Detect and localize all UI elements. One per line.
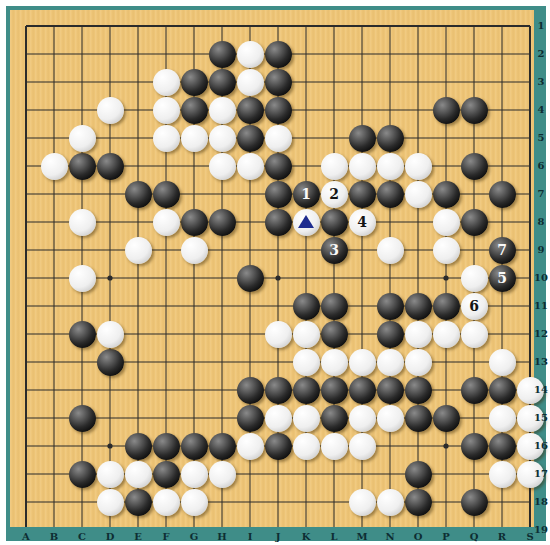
column-label-J: J <box>268 531 288 542</box>
black-stone-L8 <box>321 209 348 236</box>
white-stone-P12 <box>433 321 460 348</box>
black-stone-C6 <box>69 153 96 180</box>
white-stone-I16 <box>237 433 264 460</box>
white-stone-M13 <box>349 349 376 376</box>
row-label-10: 10 <box>533 272 549 284</box>
white-stone-I6 <box>237 153 264 180</box>
row-label-7: 7 <box>533 188 549 200</box>
black-stone-O17 <box>405 461 432 488</box>
move-number: 5 <box>497 271 507 285</box>
white-stone-P8 <box>433 209 460 236</box>
white-stone-M16 <box>349 433 376 460</box>
row-label-3: 3 <box>533 76 549 88</box>
column-label-I: I <box>240 531 260 542</box>
black-stone-E18 <box>125 489 152 516</box>
white-stone-C5 <box>69 125 96 152</box>
white-stone-R15 <box>489 405 516 432</box>
black-stone-P11 <box>433 293 460 320</box>
black-stone-C12 <box>69 321 96 348</box>
white-stone-N18 <box>377 489 404 516</box>
white-stone-G17 <box>181 461 208 488</box>
white-stone-R17 <box>489 461 516 488</box>
white-stone-F4 <box>153 97 180 124</box>
black-stone-J3 <box>265 69 292 96</box>
white-stone-K12 <box>293 321 320 348</box>
black-stone-D6 <box>97 153 124 180</box>
black-stone-P15 <box>433 405 460 432</box>
black-stone-L9: 3 <box>321 237 348 264</box>
black-stone-E7 <box>125 181 152 208</box>
white-stone-D18 <box>97 489 124 516</box>
column-label-Q: Q <box>464 531 484 542</box>
black-stone-K7: 1 <box>293 181 320 208</box>
white-stone-M6 <box>349 153 376 180</box>
black-stone-C17 <box>69 461 96 488</box>
white-stone-P9 <box>433 237 460 264</box>
white-stone-N9 <box>377 237 404 264</box>
white-stone-O13 <box>405 349 432 376</box>
black-stone-G16 <box>181 433 208 460</box>
white-stone-L16 <box>321 433 348 460</box>
white-stone-F18 <box>153 489 180 516</box>
row-label-16: 16 <box>533 440 549 452</box>
row-label-12: 12 <box>533 328 549 340</box>
move-number: 2 <box>329 187 339 201</box>
white-stone-F8 <box>153 209 180 236</box>
column-label-C: C <box>72 531 92 542</box>
black-stone-G3 <box>181 69 208 96</box>
black-stone-H2 <box>209 41 236 68</box>
black-stone-H3 <box>209 69 236 96</box>
black-stone-N5 <box>377 125 404 152</box>
white-stone-G18 <box>181 489 208 516</box>
row-label-13: 13 <box>533 356 549 368</box>
black-stone-J6 <box>265 153 292 180</box>
white-stone-C10 <box>69 265 96 292</box>
column-label-M: M <box>352 531 372 542</box>
column-label-A: A <box>16 531 36 542</box>
column-label-O: O <box>408 531 428 542</box>
white-stone-D17 <box>97 461 124 488</box>
black-stone-P7 <box>433 181 460 208</box>
move-number: 7 <box>497 243 507 257</box>
white-stone-J15 <box>265 405 292 432</box>
white-stone-Q11: 6 <box>461 293 488 320</box>
white-stone-L6 <box>321 153 348 180</box>
white-stone-E17 <box>125 461 152 488</box>
triangle-marker-icon <box>298 215 314 228</box>
star-point <box>443 275 448 280</box>
black-stone-Q6 <box>461 153 488 180</box>
black-stone-I14 <box>237 377 264 404</box>
black-stone-R7 <box>489 181 516 208</box>
row-label-14: 14 <box>533 384 549 396</box>
black-stone-O18 <box>405 489 432 516</box>
black-stone-I10 <box>237 265 264 292</box>
black-stone-I5 <box>237 125 264 152</box>
move-number: 3 <box>329 243 339 257</box>
white-stone-O12 <box>405 321 432 348</box>
white-stone-M15 <box>349 405 376 432</box>
black-stone-I4 <box>237 97 264 124</box>
column-label-B: B <box>44 531 64 542</box>
black-stone-Q14 <box>461 377 488 404</box>
black-stone-L14 <box>321 377 348 404</box>
black-stone-D13 <box>97 349 124 376</box>
white-stone-G5 <box>181 125 208 152</box>
white-stone-N6 <box>377 153 404 180</box>
white-stone-M18 <box>349 489 376 516</box>
black-stone-R10: 5 <box>489 265 516 292</box>
row-label-4: 4 <box>533 104 549 116</box>
black-stone-R14 <box>489 377 516 404</box>
black-stone-J2 <box>265 41 292 68</box>
black-stone-L15 <box>321 405 348 432</box>
black-stone-O11 <box>405 293 432 320</box>
move-number: 6 <box>469 299 479 313</box>
row-label-6: 6 <box>533 160 549 172</box>
star-point <box>107 275 112 280</box>
go-diagram: 1375246 ABCDEFGHIJKLMNOPQRS1234567891011… <box>0 0 550 545</box>
black-stone-P4 <box>433 97 460 124</box>
column-label-P: P <box>436 531 456 542</box>
black-stone-J7 <box>265 181 292 208</box>
white-stone-C8 <box>69 209 96 236</box>
white-stone-B6 <box>41 153 68 180</box>
white-stone-I3 <box>237 69 264 96</box>
black-stone-G8 <box>181 209 208 236</box>
black-stone-F7 <box>153 181 180 208</box>
black-stone-F16 <box>153 433 180 460</box>
row-label-1: 1 <box>533 20 549 32</box>
white-stone-O7 <box>405 181 432 208</box>
black-stone-H8 <box>209 209 236 236</box>
black-stone-Q4 <box>461 97 488 124</box>
black-stone-L11 <box>321 293 348 320</box>
white-stone-N13 <box>377 349 404 376</box>
column-label-L: L <box>324 531 344 542</box>
column-label-K: K <box>296 531 316 542</box>
row-label-11: 11 <box>533 300 549 312</box>
black-stone-O15 <box>405 405 432 432</box>
black-stone-I15 <box>237 405 264 432</box>
white-stone-E9 <box>125 237 152 264</box>
white-stone-F5 <box>153 125 180 152</box>
go-board[interactable]: 1375246 <box>10 10 534 527</box>
white-stone-K8 <box>293 209 320 236</box>
black-stone-F17 <box>153 461 180 488</box>
white-stone-J12 <box>265 321 292 348</box>
row-label-8: 8 <box>533 216 549 228</box>
white-stone-L7: 2 <box>321 181 348 208</box>
black-stone-J8 <box>265 209 292 236</box>
star-point <box>107 443 112 448</box>
white-stone-O6 <box>405 153 432 180</box>
white-stone-M8: 4 <box>349 209 376 236</box>
black-stone-J4 <box>265 97 292 124</box>
white-stone-K15 <box>293 405 320 432</box>
black-stone-M14 <box>349 377 376 404</box>
white-stone-H4 <box>209 97 236 124</box>
move-number: 4 <box>357 215 367 229</box>
black-stone-G4 <box>181 97 208 124</box>
white-stone-K13 <box>293 349 320 376</box>
black-stone-R9: 7 <box>489 237 516 264</box>
white-stone-L13 <box>321 349 348 376</box>
black-stone-L12 <box>321 321 348 348</box>
row-label-2: 2 <box>533 48 549 60</box>
white-stone-R13 <box>489 349 516 376</box>
black-stone-C15 <box>69 405 96 432</box>
black-stone-N14 <box>377 377 404 404</box>
white-stone-I2 <box>237 41 264 68</box>
row-label-5: 5 <box>533 132 549 144</box>
white-stone-D12 <box>97 321 124 348</box>
white-stone-H5 <box>209 125 236 152</box>
row-label-18: 18 <box>533 496 549 508</box>
black-stone-M5 <box>349 125 376 152</box>
black-stone-Q8 <box>461 209 488 236</box>
column-label-G: G <box>184 531 204 542</box>
white-stone-Q10 <box>461 265 488 292</box>
star-point <box>443 443 448 448</box>
white-stone-D4 <box>97 97 124 124</box>
move-number: 1 <box>301 187 311 201</box>
black-stone-H16 <box>209 433 236 460</box>
black-stone-J14 <box>265 377 292 404</box>
white-stone-H6 <box>209 153 236 180</box>
row-label-15: 15 <box>533 412 549 424</box>
white-stone-J5 <box>265 125 292 152</box>
row-label-17: 17 <box>533 468 549 480</box>
column-label-E: E <box>128 531 148 542</box>
black-stone-E16 <box>125 433 152 460</box>
column-label-F: F <box>156 531 176 542</box>
column-label-N: N <box>380 531 400 542</box>
star-point <box>275 275 280 280</box>
black-stone-Q18 <box>461 489 488 516</box>
row-label-19: 19 <box>533 524 549 536</box>
black-stone-O14 <box>405 377 432 404</box>
column-label-D: D <box>100 531 120 542</box>
column-label-H: H <box>212 531 232 542</box>
column-label-R: R <box>492 531 512 542</box>
white-stone-N15 <box>377 405 404 432</box>
white-stone-H17 <box>209 461 236 488</box>
row-label-9: 9 <box>533 244 549 256</box>
black-stone-N11 <box>377 293 404 320</box>
black-stone-K11 <box>293 293 320 320</box>
white-stone-Q12 <box>461 321 488 348</box>
white-stone-F3 <box>153 69 180 96</box>
black-stone-K14 <box>293 377 320 404</box>
black-stone-Q16 <box>461 433 488 460</box>
black-stone-R16 <box>489 433 516 460</box>
black-stone-J16 <box>265 433 292 460</box>
black-stone-M7 <box>349 181 376 208</box>
white-stone-G9 <box>181 237 208 264</box>
black-stone-N12 <box>377 321 404 348</box>
black-stone-N7 <box>377 181 404 208</box>
white-stone-K16 <box>293 433 320 460</box>
